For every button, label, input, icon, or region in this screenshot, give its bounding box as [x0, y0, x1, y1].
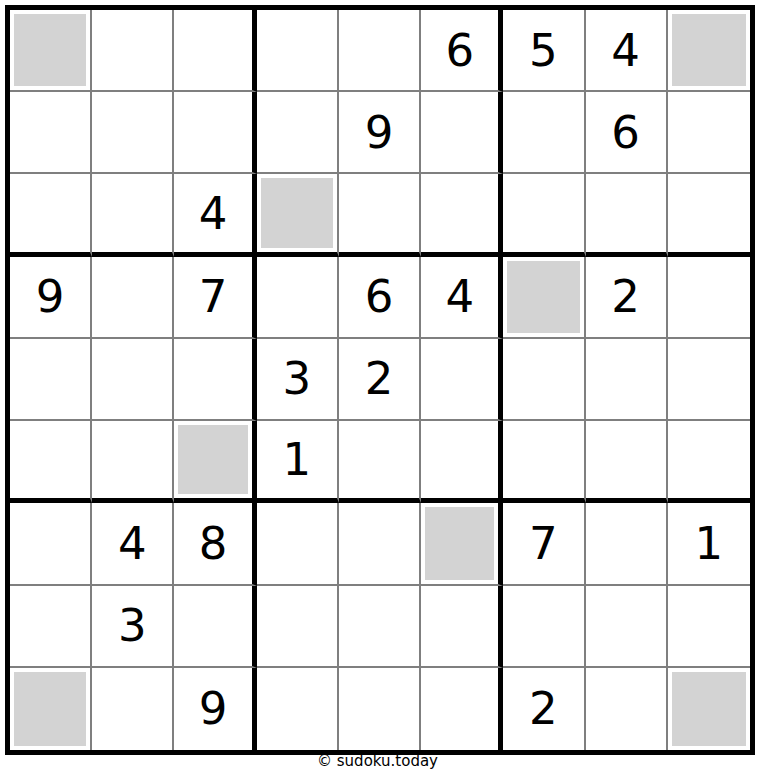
cell-r8c3[interactable]: [174, 586, 256, 668]
cell-r2c1[interactable]: [10, 92, 92, 174]
cell-r3c7[interactable]: [503, 174, 585, 256]
cell-r4c2[interactable]: [92, 257, 174, 339]
cell-r4c3: 7: [174, 257, 256, 339]
cell-r8c5[interactable]: [339, 586, 421, 668]
cell-r5c2[interactable]: [92, 339, 174, 421]
cell-r4c6: 4: [421, 257, 503, 339]
cell-r9c9[interactable]: [668, 668, 750, 750]
cell-r1c8: 4: [586, 10, 668, 92]
cell-r4c9[interactable]: [668, 257, 750, 339]
cell-r9c5[interactable]: [339, 668, 421, 750]
cell-r5c4: 3: [257, 339, 339, 421]
cell-r2c2[interactable]: [92, 92, 174, 174]
cell-r2c6[interactable]: [421, 92, 503, 174]
cell-r5c6[interactable]: [421, 339, 503, 421]
cell-r7c6[interactable]: [421, 503, 503, 585]
cell-r1c9[interactable]: [668, 10, 750, 92]
cell-r6c1[interactable]: [10, 421, 92, 503]
cell-r1c1[interactable]: [10, 10, 92, 92]
cell-r3c4[interactable]: [257, 174, 339, 256]
cell-r5c9[interactable]: [668, 339, 750, 421]
credit-text: © sudoku.today: [0, 752, 755, 770]
cell-r3c3: 4: [174, 174, 256, 256]
cell-r5c5: 2: [339, 339, 421, 421]
cell-r5c1[interactable]: [10, 339, 92, 421]
cell-r9c2[interactable]: [92, 668, 174, 750]
cell-r3c6[interactable]: [421, 174, 503, 256]
cell-r4c4[interactable]: [257, 257, 339, 339]
cell-r9c8[interactable]: [586, 668, 668, 750]
cell-r6c6[interactable]: [421, 421, 503, 503]
cell-r9c7: 2: [503, 668, 585, 750]
cell-r7c1[interactable]: [10, 503, 92, 585]
sudoku-board: 654964976423214871392: [5, 5, 755, 755]
cell-r2c3[interactable]: [174, 92, 256, 174]
cell-r8c9[interactable]: [668, 586, 750, 668]
cell-r2c7[interactable]: [503, 92, 585, 174]
cell-r6c5[interactable]: [339, 421, 421, 503]
cell-r7c5[interactable]: [339, 503, 421, 585]
cell-r1c7: 5: [503, 10, 585, 92]
cell-r1c3[interactable]: [174, 10, 256, 92]
cell-r7c3: 8: [174, 503, 256, 585]
cell-r6c7[interactable]: [503, 421, 585, 503]
cell-r4c7[interactable]: [503, 257, 585, 339]
cell-r4c5: 6: [339, 257, 421, 339]
cell-r8c8[interactable]: [586, 586, 668, 668]
cell-r9c4[interactable]: [257, 668, 339, 750]
cell-r2c5: 9: [339, 92, 421, 174]
cell-r1c6: 6: [421, 10, 503, 92]
cell-r4c1: 9: [10, 257, 92, 339]
cell-r1c5[interactable]: [339, 10, 421, 92]
cell-r9c1[interactable]: [10, 668, 92, 750]
cell-r3c8[interactable]: [586, 174, 668, 256]
cell-r3c2[interactable]: [92, 174, 174, 256]
page: 654964976423214871392 © sudoku.today: [0, 0, 767, 777]
cell-r5c7[interactable]: [503, 339, 585, 421]
cell-r2c4[interactable]: [257, 92, 339, 174]
cell-r3c5[interactable]: [339, 174, 421, 256]
cell-r9c6[interactable]: [421, 668, 503, 750]
cell-r7c8[interactable]: [586, 503, 668, 585]
cell-r7c9: 1: [668, 503, 750, 585]
cell-r6c2[interactable]: [92, 421, 174, 503]
cell-r7c4[interactable]: [257, 503, 339, 585]
cell-r7c7: 7: [503, 503, 585, 585]
cell-r8c6[interactable]: [421, 586, 503, 668]
cell-r8c7[interactable]: [503, 586, 585, 668]
cell-r5c8[interactable]: [586, 339, 668, 421]
cell-r2c8: 6: [586, 92, 668, 174]
cell-r3c1[interactable]: [10, 174, 92, 256]
cell-r5c3[interactable]: [174, 339, 256, 421]
cell-r6c8[interactable]: [586, 421, 668, 503]
cell-r8c2: 3: [92, 586, 174, 668]
cell-r9c3: 9: [174, 668, 256, 750]
cell-r7c2: 4: [92, 503, 174, 585]
cell-r6c4: 1: [257, 421, 339, 503]
cell-r6c9[interactable]: [668, 421, 750, 503]
cell-r8c4[interactable]: [257, 586, 339, 668]
cell-r6c3[interactable]: [174, 421, 256, 503]
cell-r3c9[interactable]: [668, 174, 750, 256]
cell-r2c9[interactable]: [668, 92, 750, 174]
cell-r8c1[interactable]: [10, 586, 92, 668]
cell-r1c2[interactable]: [92, 10, 174, 92]
cell-r1c4[interactable]: [257, 10, 339, 92]
cell-r4c8: 2: [586, 257, 668, 339]
